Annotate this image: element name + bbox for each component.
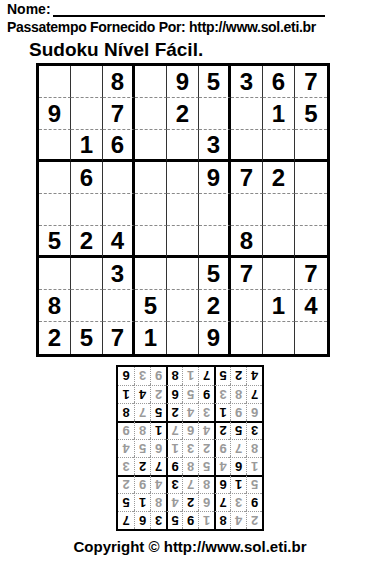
puzzle-cell-r5c4[interactable] — [135, 194, 167, 226]
solution-cell-r2c5: 2 — [182, 493, 198, 511]
solution-cell-r5c2: 7 — [230, 439, 246, 457]
solution-cell-r1c4: 1 — [198, 511, 214, 529]
solution-cell-r2c4: 6 — [198, 493, 214, 511]
solution-cell-r7c6: 2 — [166, 403, 182, 421]
puzzle-cell-r3c3[interactable]: 6 — [103, 130, 135, 162]
solution-cell-r2c6: 4 — [166, 493, 182, 511]
solution-cell-r4c3: 4 — [214, 457, 230, 475]
copyright-text: Copyright © http://www.sol.eti.br — [0, 538, 380, 555]
puzzle-cell-r4c5[interactable] — [167, 162, 199, 194]
solution-cell-r9c4: 7 — [198, 367, 214, 385]
solution-cell-r1c7: 3 — [150, 511, 166, 529]
solution-cell-r4c2: 6 — [230, 457, 246, 475]
puzzle-cell-r9c3[interactable]: 7 — [103, 322, 135, 354]
solution-cell-r9c8: 3 — [134, 367, 150, 385]
puzzle-cell-r2c4[interactable] — [135, 98, 167, 130]
puzzle-cell-r7c2[interactable] — [71, 258, 103, 290]
puzzle-cell-r6c9[interactable] — [295, 226, 327, 258]
solution-grid-rotated: 2481953679376248155168734921645897238792… — [116, 365, 264, 531]
puzzle-cell-r6c6[interactable] — [199, 226, 231, 258]
solution-cell-r5c9: 4 — [118, 439, 134, 457]
solution-cell-r8c4: 9 — [198, 385, 214, 403]
puzzle-cell-r6c1[interactable]: 5 — [39, 226, 71, 258]
solution-cell-r6c3: 2 — [214, 421, 230, 439]
puzzle-cell-r4c2[interactable]: 6 — [71, 162, 103, 194]
solution-cell-r6c4: 4 — [198, 421, 214, 439]
solution-cell-r2c7: 8 — [150, 493, 166, 511]
puzzle-cell-r2c9[interactable]: 5 — [295, 98, 327, 130]
puzzle-cell-r2c6[interactable] — [199, 98, 231, 130]
puzzle-cell-r6c2[interactable]: 2 — [71, 226, 103, 258]
puzzle-cell-r7c3[interactable]: 3 — [103, 258, 135, 290]
puzzle-cell-r3c1[interactable] — [39, 130, 71, 162]
puzzle-cell-r5c5[interactable] — [167, 194, 199, 226]
puzzle-cell-r8c4[interactable]: 5 — [135, 290, 167, 322]
solution-cell-r2c1: 9 — [246, 493, 262, 511]
worksheet-page: Nome: Passatempo Fornecido Por: http://w… — [0, 2, 380, 555]
solution-cell-r3c7: 4 — [150, 475, 166, 493]
puzzle-cell-r8c5[interactable] — [167, 290, 199, 322]
puzzle-cell-r8c3[interactable] — [103, 290, 135, 322]
puzzle-cell-r2c8[interactable]: 1 — [263, 98, 295, 130]
name-row: Nome: — [7, 2, 372, 17]
solution-cell-r3c2: 1 — [230, 475, 246, 493]
solution-cell-r8c1: 7 — [246, 385, 262, 403]
puzzle-cell-r3c2[interactable]: 1 — [71, 130, 103, 162]
solution-cell-r7c8: 7 — [134, 403, 150, 421]
puzzle-cell-r9c1[interactable]: 2 — [39, 322, 71, 354]
solution-cell-r5c6: 1 — [166, 439, 182, 457]
solution-cell-r8c2: 8 — [230, 385, 246, 403]
solution-cell-r6c8: 8 — [134, 421, 150, 439]
solution-cell-r9c2: 2 — [230, 367, 246, 385]
puzzle-cell-r3c5[interactable] — [167, 130, 199, 162]
solution-cell-r3c9: 2 — [118, 475, 134, 493]
puzzle-cell-r7c5[interactable] — [167, 258, 199, 290]
solution-cell-r7c1: 6 — [246, 403, 262, 421]
solution-cell-r6c9: 9 — [118, 421, 134, 439]
solution-cell-r4c9: 3 — [118, 457, 134, 475]
solution-cell-r4c5: 8 — [182, 457, 198, 475]
puzzle-cell-r9c7[interactable] — [231, 322, 263, 354]
puzzle-cell-r4c4[interactable] — [135, 162, 167, 194]
puzzle-title: Sudoku Nível Fácil. — [29, 39, 380, 60]
puzzle-cell-r9c4[interactable]: 1 — [135, 322, 167, 354]
puzzle-cell-r5c9[interactable] — [295, 194, 327, 226]
solution-cell-r7c4: 3 — [198, 403, 214, 421]
puzzle-cell-r4c6[interactable]: 9 — [199, 162, 231, 194]
solution-cell-r1c2: 4 — [230, 511, 246, 529]
puzzle-cell-r1c8[interactable]: 6 — [263, 66, 295, 98]
puzzle-cell-r2c2[interactable] — [71, 98, 103, 130]
solution-cell-r5c5: 3 — [182, 439, 198, 457]
solution-cell-r1c8: 6 — [134, 511, 150, 529]
puzzle-cell-r7c1[interactable] — [39, 258, 71, 290]
puzzle-cell-r9c9[interactable] — [295, 322, 327, 354]
solution-cell-r8c5: 5 — [182, 385, 198, 403]
puzzle-cell-r6c3[interactable]: 4 — [103, 226, 135, 258]
solution-cell-r5c3: 9 — [214, 439, 230, 457]
solution-cell-r3c1: 5 — [246, 475, 262, 493]
solution-cell-r9c5: 1 — [182, 367, 198, 385]
puzzle-cell-r5c2[interactable] — [71, 194, 103, 226]
solution-cell-r6c1: 3 — [246, 421, 262, 439]
puzzle-cell-r6c8[interactable] — [263, 226, 295, 258]
solution-cell-r7c9: 8 — [118, 403, 134, 421]
puzzle-cell-r1c6[interactable]: 5 — [199, 66, 231, 98]
puzzle-cell-r1c3[interactable]: 8 — [103, 66, 135, 98]
puzzle-cell-r8c8[interactable]: 1 — [263, 290, 295, 322]
solution-cell-r2c9: 5 — [118, 493, 134, 511]
puzzle-cell-r5c7[interactable] — [231, 194, 263, 226]
puzzle-cell-r9c6[interactable]: 9 — [199, 322, 231, 354]
puzzle-cell-r1c9[interactable]: 7 — [295, 66, 327, 98]
puzzle-cell-r3c8[interactable] — [263, 130, 295, 162]
puzzle-cell-r2c7[interactable] — [231, 98, 263, 130]
puzzle-cell-r4c1[interactable] — [39, 162, 71, 194]
solution-cell-r2c2: 3 — [230, 493, 246, 511]
solution-cell-r4c7: 7 — [150, 457, 166, 475]
solution-cell-r9c1: 4 — [246, 367, 262, 385]
puzzle-cell-r4c3[interactable] — [103, 162, 135, 194]
puzzle-cell-r6c7[interactable]: 8 — [231, 226, 263, 258]
solution-cell-r1c5: 9 — [182, 511, 198, 529]
name-underline — [53, 2, 325, 17]
solution-cell-r7c7: 5 — [150, 403, 166, 421]
solution-cell-r3c5: 7 — [182, 475, 198, 493]
puzzle-cell-r5c6[interactable] — [199, 194, 231, 226]
puzzle-cell-r8c9[interactable]: 4 — [295, 290, 327, 322]
solution-cell-r4c1: 1 — [246, 457, 262, 475]
puzzle-cell-r1c2[interactable] — [71, 66, 103, 98]
puzzle-cell-r9c2[interactable]: 5 — [71, 322, 103, 354]
puzzle-cell-r6c5[interactable] — [167, 226, 199, 258]
solution-cell-r8c3: 3 — [214, 385, 230, 403]
solution-cell-r9c6: 8 — [166, 367, 182, 385]
puzzle-cell-r7c6[interactable]: 5 — [199, 258, 231, 290]
puzzle-cell-r8c2[interactable] — [71, 290, 103, 322]
solution-cell-r2c3: 7 — [214, 493, 230, 511]
puzzle-cell-r3c6[interactable]: 3 — [199, 130, 231, 162]
puzzle-cell-r1c7[interactable]: 3 — [231, 66, 263, 98]
solution-cell-r7c3: 1 — [214, 403, 230, 421]
solution-cell-r6c2: 5 — [230, 421, 246, 439]
solution-cell-r2c8: 1 — [134, 493, 150, 511]
puzzle-cell-r4c9[interactable] — [295, 162, 327, 194]
solution-cell-r6c5: 6 — [182, 421, 198, 439]
solution-cell-r3c3: 6 — [214, 475, 230, 493]
solution-cell-r3c6: 3 — [166, 475, 182, 493]
solution-cell-r8c8: 4 — [134, 385, 150, 403]
solution-cell-r4c6: 9 — [166, 457, 182, 475]
solution-cell-r1c6: 5 — [166, 511, 182, 529]
puzzle-cell-r5c1[interactable] — [39, 194, 71, 226]
solution-cell-r6c6: 7 — [166, 421, 182, 439]
puzzle-cell-r2c5[interactable]: 2 — [167, 98, 199, 130]
solution-cell-r9c3: 5 — [214, 367, 230, 385]
puzzle-cell-r7c8[interactable] — [263, 258, 295, 290]
puzzle-cell-r5c8[interactable] — [263, 194, 295, 226]
puzzle-cell-r3c9[interactable] — [295, 130, 327, 162]
solution-cell-r8c7: 2 — [150, 385, 166, 403]
puzzle-cell-r2c3[interactable]: 7 — [103, 98, 135, 130]
solution-cell-r9c9: 6 — [118, 367, 134, 385]
name-label: Nome: — [7, 2, 51, 17]
puzzle-cell-r9c5[interactable] — [167, 322, 199, 354]
puzzle-cell-r3c7[interactable] — [231, 130, 263, 162]
solution-cell-r5c8: 5 — [134, 439, 150, 457]
solution-cell-r7c2: 9 — [230, 403, 246, 421]
puzzle-cell-r7c9[interactable]: 7 — [295, 258, 327, 290]
solution-cell-r8c6: 6 — [166, 385, 182, 403]
solution-cell-r7c5: 4 — [182, 403, 198, 421]
solution-cell-r5c1: 8 — [246, 439, 262, 457]
puzzle-cell-r1c4[interactable] — [135, 66, 167, 98]
solution-cell-r4c8: 2 — [134, 457, 150, 475]
solution-cell-r6c7: 1 — [150, 421, 166, 439]
puzzle-cell-r5c3[interactable] — [103, 194, 135, 226]
sudoku-grid: 895367972151636972524835778521425719 — [36, 63, 330, 357]
solution-cell-r1c1: 2 — [246, 511, 262, 529]
puzzle-cell-r4c7[interactable]: 7 — [231, 162, 263, 194]
puzzle-cell-r4c8[interactable]: 2 — [263, 162, 295, 194]
solution-cell-r5c7: 6 — [150, 439, 166, 457]
provider-text: Passatempo Fornecido Por: http://www.sol… — [7, 19, 380, 35]
solution-cell-r5c4: 2 — [198, 439, 214, 457]
solution-cell-r1c9: 7 — [118, 511, 134, 529]
solution-cell-r3c4: 8 — [198, 475, 214, 493]
puzzle-cell-r7c7[interactable]: 7 — [231, 258, 263, 290]
puzzle-cell-r9c8[interactable] — [263, 322, 295, 354]
puzzle-cell-r8c6[interactable]: 2 — [199, 290, 231, 322]
solution-cell-r4c4: 5 — [198, 457, 214, 475]
puzzle-cell-r2c1[interactable]: 9 — [39, 98, 71, 130]
puzzle-cell-r6c4[interactable] — [135, 226, 167, 258]
solution-cell-r8c9: 1 — [118, 385, 134, 403]
puzzle-cell-r1c1[interactable] — [39, 66, 71, 98]
solution-cell-r1c3: 8 — [214, 511, 230, 529]
puzzle-cell-r1c5[interactable]: 9 — [167, 66, 199, 98]
puzzle-cell-r8c1[interactable]: 8 — [39, 290, 71, 322]
puzzle-cell-r7c4[interactable] — [135, 258, 167, 290]
solution-cell-r9c7: 9 — [150, 367, 166, 385]
solution-cell-r3c8: 9 — [134, 475, 150, 493]
puzzle-cell-r8c7[interactable] — [231, 290, 263, 322]
puzzle-cell-r3c4[interactable] — [135, 130, 167, 162]
